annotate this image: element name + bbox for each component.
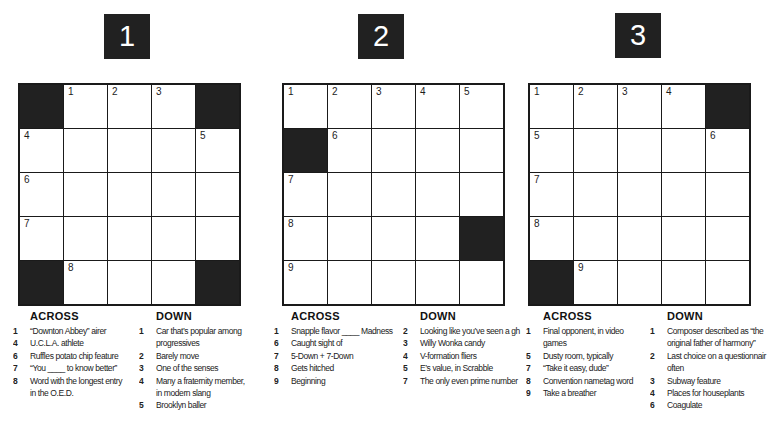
cell-r0c0[interactable]: 1 [530, 85, 573, 128]
across-clue-8: 8Word with the longest entry in the O.E.… [13, 375, 139, 400]
cell-r2c4[interactable] [706, 173, 749, 216]
cell-r4c3[interactable] [662, 261, 705, 304]
clue-number: 4 [650, 387, 654, 399]
puzzle-1-number-badge: 1 [104, 14, 150, 59]
cell-number: 8 [534, 218, 539, 229]
cell-r1c3[interactable] [152, 129, 195, 172]
clue-text: Barely move [156, 350, 267, 362]
clue-number: 9 [526, 387, 530, 399]
clue-number: 9 [274, 375, 278, 387]
cell-r3c2[interactable] [372, 217, 415, 260]
down-clue-5: 5Brooklyn baller [139, 399, 267, 411]
cell-number: 8 [288, 218, 293, 229]
clue-text: Beginning [291, 375, 400, 387]
cell-r1c0[interactable]: 5 [530, 129, 573, 172]
clue-number: 3 [139, 362, 143, 374]
cell-number: 9 [578, 262, 583, 273]
clue-number: 7 [526, 362, 530, 374]
down-clue-2: 2Last choice on a questionnair often [650, 350, 768, 375]
down-clue-1: 1Composer described as “the original fat… [650, 325, 768, 350]
clue-number: 3 [403, 337, 407, 349]
across-heading: ACROSS [543, 311, 650, 322]
cell-r3c0[interactable]: 8 [284, 217, 327, 260]
clue-number: 2 [650, 350, 654, 362]
clue-text: 5-Down + 7-Down [291, 350, 400, 362]
clue-text: One of the senses [156, 362, 267, 374]
down-heading: DOWN [667, 311, 768, 322]
across-clue-7: 7“You ____ to know better” [13, 362, 139, 374]
black-cell-r0c4 [706, 85, 749, 128]
clue-number: 2 [139, 350, 143, 362]
down-clue-7: 7The only even prime number [403, 375, 521, 387]
cell-r0c4[interactable]: 5 [460, 85, 503, 128]
puzzle-3-number-badge: 3 [615, 13, 661, 58]
cell-number: 6 [332, 130, 337, 141]
clue-text: Composer described as “the original fath… [667, 325, 768, 350]
black-cell-r4c4 [196, 261, 239, 304]
clue-text: Places for houseplants [667, 387, 768, 399]
cell-r4c2[interactable] [108, 261, 151, 304]
cell-r2c1[interactable] [328, 173, 371, 216]
puzzle-1-grid: 12345678 [18, 83, 241, 306]
down-clue-6: 6Coagulate [650, 399, 768, 411]
across-clue-8: 8Gets hitched [274, 362, 400, 374]
cell-r1c3[interactable] [416, 129, 459, 172]
cell-r3c1[interactable] [328, 217, 371, 260]
cell-r4c1[interactable]: 8 [64, 261, 107, 304]
clue-text: Brooklyn baller [156, 399, 267, 411]
across-clue-8: 8Convention nametag word [526, 375, 650, 387]
black-cell-r0c0 [20, 85, 63, 128]
clue-text: Coagulate [667, 399, 768, 411]
puzzle-2-grid: 123456789 [282, 83, 505, 306]
cell-number: 3 [376, 86, 381, 97]
down-clue-4: 4Many a fraternity member, in modern sla… [139, 375, 267, 400]
across-clue-9: 9Take a breather [526, 387, 650, 399]
cell-number: 8 [68, 262, 73, 273]
across-clue-6: 6Caught sight of [274, 337, 400, 349]
cell-r0c1[interactable]: 2 [328, 85, 371, 128]
cell-number: 1 [288, 86, 293, 97]
cell-r0c1[interactable]: 1 [64, 85, 107, 128]
clue-text: Willy Wonka candy [420, 337, 521, 349]
clue-number: 4 [403, 350, 407, 362]
cell-r2c1[interactable] [64, 173, 107, 216]
puzzle-1-number: 1 [119, 22, 135, 51]
cell-number: 2 [112, 86, 117, 97]
clue-text: Take a breather [543, 387, 650, 399]
cell-r0c3[interactable]: 4 [662, 85, 705, 128]
puzzle-3-across-clues: ACROSS 1Final opponent, in video games5D… [526, 311, 650, 423]
down-clue-2: 2Looking like you’ve seen a gh [403, 325, 521, 337]
cell-r2c3[interactable] [152, 173, 195, 216]
clue-text: Many a fraternity member, in modern slan… [156, 375, 267, 400]
cell-r1c2[interactable] [372, 129, 415, 172]
clue-text: Final opponent, in video games [543, 325, 650, 350]
cell-r4c2[interactable] [372, 261, 415, 304]
cell-r0c3[interactable]: 3 [152, 85, 195, 128]
cell-r3c0[interactable]: 7 [20, 217, 63, 260]
clue-number: 1 [526, 325, 530, 337]
cell-number: 7 [534, 174, 539, 185]
puzzle-1-across-clues: ACROSS 1“Downton Abbey” airer4U.C.L.A. a… [13, 311, 139, 423]
clue-number: 1 [13, 325, 17, 337]
cell-number: 7 [288, 174, 293, 185]
clue-number: 3 [650, 375, 654, 387]
across-clue-9: 9Beginning [274, 375, 400, 387]
down-clue-3: 3Willy Wonka candy [403, 337, 521, 349]
cell-r2c2[interactable] [372, 173, 415, 216]
cell-r1c2[interactable] [618, 129, 661, 172]
clue-text: “Downton Abbey” airer [30, 325, 139, 337]
cell-r3c3[interactable] [152, 217, 195, 260]
clue-text: Car that’s popular among progressives [156, 325, 267, 350]
puzzle-3-grid: 123456789 [528, 83, 751, 306]
cell-r1c3[interactable] [662, 129, 705, 172]
cell-r3c4[interactable] [196, 217, 239, 260]
cell-r0c2[interactable]: 3 [372, 85, 415, 128]
puzzle-1-down-clues: DOWN 1Car that’s popular among progressi… [139, 311, 267, 423]
cell-r2c3[interactable] [662, 173, 705, 216]
cell-number: 3 [156, 86, 161, 97]
clue-text: Dusty room, typically [543, 350, 650, 362]
cell-r4c0[interactable]: 9 [284, 261, 327, 304]
clue-text: Snapple flavor ____ Madness [291, 325, 400, 337]
clue-text: The only even prime number [420, 375, 521, 387]
clue-number: 6 [650, 399, 654, 411]
cell-number: 4 [24, 130, 29, 141]
clue-text: Subway feature [667, 375, 768, 387]
clue-number: 4 [13, 337, 17, 349]
cell-r0c0[interactable]: 1 [284, 85, 327, 128]
down-heading: DOWN [420, 311, 521, 322]
cell-r0c2[interactable]: 2 [108, 85, 151, 128]
down-clue-2: 2Barely move [139, 350, 267, 362]
across-clue-1: 1Final opponent, in video games [526, 325, 650, 350]
across-clue-1: 1Snapple flavor ____ Madness [274, 325, 400, 337]
clue-number: 1 [139, 325, 143, 337]
down-clue-3: 3Subway feature [650, 375, 768, 387]
cell-number: 4 [666, 86, 671, 97]
clue-text: “Take it easy, dude” [543, 362, 650, 374]
clue-number: 5 [139, 399, 143, 411]
clue-text: Ruffles potato chip feature [30, 350, 139, 362]
cell-r3c4[interactable] [706, 217, 749, 260]
clue-text: U.C.L.A. athlete [30, 337, 139, 349]
cell-r2c1[interactable] [574, 173, 617, 216]
clue-number: 7 [274, 350, 278, 362]
cell-r2c0[interactable]: 7 [530, 173, 573, 216]
clue-number: 8 [274, 362, 278, 374]
black-cell-r4c0 [20, 261, 63, 304]
cell-r1c1[interactable] [574, 129, 617, 172]
clue-number: 5 [526, 350, 530, 362]
clue-number: 4 [139, 375, 143, 387]
cell-r4c3[interactable] [152, 261, 195, 304]
puzzle-2-number-badge: 2 [358, 14, 404, 59]
across-clue-5: 5Dusty room, typically [526, 350, 650, 362]
clue-text: Gets hitched [291, 362, 400, 374]
clue-number: 1 [274, 325, 278, 337]
across-clue-7: 75-Down + 7-Down [274, 350, 400, 362]
cell-r2c2[interactable] [108, 173, 151, 216]
cell-number: 5 [200, 130, 205, 141]
clue-number: 6 [274, 337, 278, 349]
cell-number: 9 [288, 262, 293, 273]
clue-text: V-formation fliers [420, 350, 521, 362]
cell-r1c4[interactable]: 6 [706, 129, 749, 172]
clue-number: 2 [403, 325, 407, 337]
cell-r3c2[interactable] [108, 217, 151, 260]
clue-number: 8 [13, 375, 17, 387]
puzzle-2-number: 2 [373, 22, 389, 51]
cell-number: 2 [332, 86, 337, 97]
clue-text: Caught sight of [291, 337, 400, 349]
down-clue-1: 1Car that’s popular among progressives [139, 325, 267, 350]
clue-number: 1 [650, 325, 654, 337]
cell-r1c4[interactable] [460, 129, 503, 172]
cell-number: 6 [24, 174, 29, 185]
cell-number: 6 [710, 130, 715, 141]
across-clue-1: 1“Downton Abbey” airer [13, 325, 139, 337]
black-cell-r1c0 [284, 129, 327, 172]
clue-number: 5 [403, 362, 407, 374]
cell-number: 1 [68, 86, 73, 97]
clue-text: Looking like you’ve seen a gh [420, 325, 521, 337]
clue-number: 7 [13, 362, 17, 374]
cell-r3c3[interactable] [416, 217, 459, 260]
clue-number: 6 [13, 350, 17, 362]
cell-r0c3[interactable]: 4 [416, 85, 459, 128]
cell-r3c1[interactable] [574, 217, 617, 260]
cell-r0c1[interactable]: 2 [574, 85, 617, 128]
cell-number: 4 [420, 86, 425, 97]
clue-number: 7 [403, 375, 407, 387]
cell-r0c2[interactable]: 3 [618, 85, 661, 128]
cell-r4c4[interactable] [460, 261, 503, 304]
cell-r2c3[interactable] [416, 173, 459, 216]
cell-number: 5 [534, 130, 539, 141]
cell-r3c0[interactable]: 8 [530, 217, 573, 260]
cell-r1c1[interactable] [64, 129, 107, 172]
down-clue-4: 4V-formation fliers [403, 350, 521, 362]
cell-r3c2[interactable] [618, 217, 661, 260]
cell-r3c3[interactable] [662, 217, 705, 260]
puzzle-3-number: 3 [630, 21, 646, 50]
cell-r4c1[interactable] [328, 261, 371, 304]
cell-r2c2[interactable] [618, 173, 661, 216]
cell-number: 7 [24, 218, 29, 229]
cell-number: 5 [464, 86, 469, 97]
clue-text: Word with the longest entry in the O.E.D… [30, 375, 139, 400]
cell-r1c2[interactable] [108, 129, 151, 172]
clue-text: Last choice on a questionnair often [667, 350, 768, 375]
cell-r1c1[interactable]: 6 [328, 129, 371, 172]
across-clue-6: 6Ruffles potato chip feature [13, 350, 139, 362]
black-cell-r3c4 [460, 217, 503, 260]
puzzle-2-down-clues: DOWN 2Looking like you’ve seen a gh3Will… [403, 311, 521, 423]
clue-number: 8 [526, 375, 530, 387]
cell-r2c4[interactable] [196, 173, 239, 216]
down-clue-3: 3One of the senses [139, 362, 267, 374]
crossword-page: 1 2 3 12345678 123456789 123456789 ACROS… [0, 0, 768, 424]
cell-r4c4[interactable] [706, 261, 749, 304]
cell-r1c0[interactable]: 4 [20, 129, 63, 172]
cell-r4c2[interactable] [618, 261, 661, 304]
down-clue-5: 5E’s value, in Scrabble [403, 362, 521, 374]
across-clue-7: 7“Take it easy, dude” [526, 362, 650, 374]
clue-text: “You ____ to know better” [30, 362, 139, 374]
cell-r2c0[interactable]: 6 [20, 173, 63, 216]
cell-r1c4[interactable]: 5 [196, 129, 239, 172]
cell-r3c1[interactable] [64, 217, 107, 260]
cell-r4c1[interactable]: 9 [574, 261, 617, 304]
clue-text: E’s value, in Scrabble [420, 362, 521, 374]
puzzle-2-across-clues: ACROSS 1Snapple flavor ____ Madness6Caug… [274, 311, 400, 423]
cell-number: 2 [578, 86, 583, 97]
black-cell-r4c0 [530, 261, 573, 304]
black-cell-r0c4 [196, 85, 239, 128]
cell-r4c3[interactable] [416, 261, 459, 304]
across-clue-4: 4U.C.L.A. athlete [13, 337, 139, 349]
puzzle-3-down-clues: DOWN 1Composer described as “the origina… [650, 311, 768, 423]
down-heading: DOWN [156, 311, 267, 322]
cell-r2c0[interactable]: 7 [284, 173, 327, 216]
across-heading: ACROSS [291, 311, 400, 322]
cell-number: 1 [534, 86, 539, 97]
down-clue-4: 4Places for houseplants [650, 387, 768, 399]
cell-number: 3 [622, 86, 627, 97]
clue-text: Convention nametag word [543, 375, 650, 387]
cell-r2c4[interactable] [460, 173, 503, 216]
across-heading: ACROSS [30, 311, 139, 322]
